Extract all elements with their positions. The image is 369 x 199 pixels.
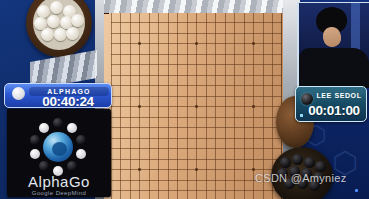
board-grid [106, 7, 287, 199]
lee-sedol-body [299, 48, 369, 88]
blue-dot [355, 189, 358, 192]
logo-ring-stone [30, 149, 40, 159]
logo-swirl [52, 142, 67, 156]
white-stone [41, 28, 54, 41]
white-stone [54, 28, 67, 41]
lee-sedol-video-inset [297, 2, 369, 88]
table-edge-stripes [95, 0, 298, 13]
white-stone [50, 1, 63, 14]
logo-ring-stone [67, 123, 77, 133]
white-stone-icon [12, 87, 25, 100]
alphago-logo-title: AlphaGo [7, 173, 111, 190]
go-board [104, 0, 284, 199]
broadcast-frame: ⬡ ⬡ ⬡ ALPHAGO 00:40:24 AlphaGo Google De… [0, 0, 369, 199]
logo-ring-stone [67, 161, 77, 171]
lee-sedol-clock: LEE SEDOL 00:01:00 [295, 86, 367, 122]
lee-sedol-name-label: LEE SEDOL [315, 92, 363, 99]
white-stone [66, 27, 79, 40]
black-stone [315, 161, 326, 172]
white-stones-bowl-stones [33, 0, 85, 50]
logo-ring-stone [39, 161, 49, 171]
alphago-clock: ALPHAGO 00:40:24 [4, 83, 112, 108]
black-stone [280, 157, 291, 168]
black-stone [304, 157, 315, 168]
byoyomi-dot [300, 114, 303, 117]
logo-ring-stone [30, 135, 40, 145]
logo-ring-stone [53, 118, 63, 128]
logo-ring-stone [76, 149, 86, 159]
logo-ring-stone [39, 123, 49, 133]
alphago-logo-box: AlphaGo Google DeepMind [7, 109, 111, 197]
white-stones-bowl [26, 0, 92, 57]
alphago-logo-sphere [43, 132, 73, 162]
logo-ring-stone [76, 135, 86, 145]
black-stone [292, 154, 303, 165]
lee-sedol-time: 00:01:00 [305, 103, 363, 118]
alphago-time: 00:40:24 [25, 94, 111, 109]
alphago-logo-subtitle: Google DeepMind [7, 190, 111, 196]
white-stone [47, 15, 60, 28]
watermark: CSDN @Amyniez [255, 172, 346, 184]
white-stone [71, 14, 84, 27]
